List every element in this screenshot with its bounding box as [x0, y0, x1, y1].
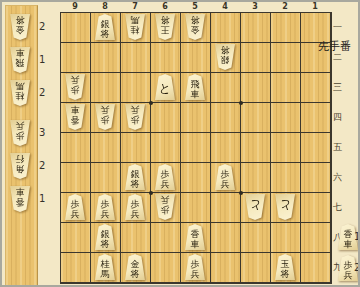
hand-gote-hisha-count: 1	[39, 54, 51, 65]
piece-gote-tokin[interactable]: と	[275, 194, 295, 220]
square-5七[interactable]	[181, 193, 211, 223]
square-4五[interactable]	[211, 133, 241, 163]
piece-gote-fuhyo[interactable]: 歩兵	[95, 104, 115, 130]
rank-label-1: 一	[333, 12, 347, 42]
piece-sente-kyosha[interactable]: 香車	[185, 224, 205, 250]
hand-gote-kinsho[interactable]: 金将	[10, 14, 30, 40]
square-8二[interactable]	[91, 43, 121, 73]
piece-sente-fuhyo[interactable]: 歩兵	[65, 194, 85, 220]
square-3二[interactable]	[241, 43, 271, 73]
square-4九[interactable]	[211, 253, 241, 283]
piece-face: 歩兵	[65, 194, 85, 220]
square-3一[interactable]	[241, 13, 271, 43]
hand-gote-fuhyo-count: 3	[39, 127, 51, 138]
file-label-3: 3	[240, 2, 270, 11]
piece-gote-kinsho[interactable]: 金将	[185, 14, 205, 40]
file-label-6: 6	[150, 2, 180, 11]
square-9五[interactable]	[61, 133, 91, 163]
piece-face: と	[275, 194, 295, 220]
hand-gote-keima[interactable]: 桂馬	[10, 80, 30, 106]
hoshi-dot-2	[239, 101, 243, 105]
square-5四[interactable]	[181, 103, 211, 133]
hoshi-dot-1	[149, 101, 153, 105]
hand-gote-keima-count: 2	[39, 87, 51, 98]
hand-gote-kyosha[interactable]: 香車	[10, 186, 30, 212]
square-1六[interactable]	[301, 163, 331, 193]
square-7五[interactable]	[121, 133, 151, 163]
piece-sente-keima[interactable]: 桂馬	[95, 254, 115, 280]
piece-sente-gyokusho[interactable]: 玉将	[275, 254, 295, 280]
piece-face: 桂馬	[125, 14, 145, 40]
piece-face: 飛車	[10, 47, 30, 73]
square-3三[interactable]	[241, 73, 271, 103]
piece-face: 歩兵	[65, 74, 85, 100]
piece-sente-ginsho[interactable]: 銀将	[125, 164, 145, 190]
square-9九[interactable]	[61, 253, 91, 283]
file-coordinates: 987654321	[60, 2, 330, 11]
piece-face: 飛車	[185, 74, 205, 100]
square-4一[interactable]	[211, 13, 241, 43]
piece-face: 歩兵	[155, 164, 175, 190]
square-6四[interactable]	[151, 103, 181, 133]
piece-sente-kinsho[interactable]: 金将	[125, 254, 145, 280]
piece-gote-fuhyo[interactable]: 歩兵	[125, 104, 145, 130]
piece-face: 香車	[185, 224, 205, 250]
piece-face: 玉将	[275, 254, 295, 280]
hand-gote-fuhyo[interactable]: 歩兵	[10, 120, 30, 146]
piece-face: 金将	[125, 254, 145, 280]
piece-face: と	[245, 194, 265, 220]
file-label-9: 9	[60, 2, 90, 11]
file-label-1: 1	[300, 2, 330, 11]
square-1八[interactable]	[301, 223, 331, 253]
piece-face: 歩兵	[125, 194, 145, 220]
square-6九[interactable]	[151, 253, 181, 283]
square-3五[interactable]	[241, 133, 271, 163]
hand-gote-hisha[interactable]: 飛車	[10, 47, 30, 73]
square-7二[interactable]	[121, 43, 151, 73]
square-3六[interactable]	[241, 163, 271, 193]
piece-face: 王将	[155, 14, 175, 40]
piece-face: 歩兵	[155, 194, 175, 220]
piece-face: 銀将	[215, 44, 235, 70]
piece-face: 歩兵	[95, 104, 115, 130]
piece-sente-tokin[interactable]: と	[155, 74, 175, 100]
piece-face: 歩兵	[95, 194, 115, 220]
piece-face: 桂馬	[10, 80, 30, 106]
square-2六[interactable]	[271, 163, 301, 193]
piece-face: 角行	[10, 153, 30, 179]
file-label-4: 4	[210, 2, 240, 11]
piece-gote-ginsho[interactable]: 銀将	[215, 44, 235, 70]
piece-gote-tokin[interactable]: と	[245, 194, 265, 220]
piece-face: 銀将	[95, 14, 115, 40]
square-3八[interactable]	[241, 223, 271, 253]
square-9八[interactable]	[61, 223, 91, 253]
piece-face: 金将	[10, 14, 30, 40]
square-2三[interactable]	[271, 73, 301, 103]
square-2二[interactable]	[271, 43, 301, 73]
hand-gote-kyosha-count: 1	[39, 193, 51, 204]
hoshi-dot-4	[239, 191, 243, 195]
piece-face: 歩兵	[125, 104, 145, 130]
square-1四[interactable]	[301, 103, 331, 133]
square-1五[interactable]	[301, 133, 331, 163]
piece-sente-ginsho[interactable]: 銀将	[95, 14, 115, 40]
piece-gote-keima[interactable]: 桂馬	[125, 14, 145, 40]
piece-sente-hisha[interactable]: 飛車	[185, 74, 205, 100]
square-3九[interactable]	[241, 253, 271, 283]
square-2四[interactable]	[271, 103, 301, 133]
piece-face: 歩兵	[185, 254, 205, 280]
piece-face: 銀将	[95, 224, 115, 250]
rank-label-3: 三	[333, 72, 347, 102]
piece-sente-fuhyo[interactable]: 歩兵	[155, 164, 175, 190]
square-4七[interactable]	[211, 193, 241, 223]
square-9二[interactable]	[61, 43, 91, 73]
square-9一[interactable]	[61, 13, 91, 43]
file-label-5: 5	[180, 2, 210, 11]
piece-face: 香車	[10, 186, 30, 212]
square-5五[interactable]	[181, 133, 211, 163]
piece-gote-kyosha[interactable]: 香車	[65, 104, 85, 130]
piece-sente-fuhyo[interactable]: 歩兵	[215, 164, 235, 190]
file-label-8: 8	[90, 2, 120, 11]
piece-sente-ginsho[interactable]: 銀将	[95, 224, 115, 250]
square-1九[interactable]	[301, 253, 331, 283]
square-4八[interactable]	[211, 223, 241, 253]
piece-sente-fuhyo[interactable]: 歩兵	[95, 194, 115, 220]
rank-label-6: 六	[333, 162, 347, 192]
piece-face: 歩兵	[10, 120, 30, 146]
file-label-7: 7	[120, 2, 150, 11]
square-8六[interactable]	[91, 163, 121, 193]
hand-sente-kyosha-count: 1	[354, 231, 360, 242]
square-5六[interactable]	[181, 163, 211, 193]
rank-label-2: 二	[333, 42, 347, 72]
hand-gote-kinsho-count: 2	[39, 21, 51, 32]
square-6五[interactable]	[151, 133, 181, 163]
square-8五[interactable]	[91, 133, 121, 163]
square-6二[interactable]	[151, 43, 181, 73]
square-6八[interactable]	[151, 223, 181, 253]
hoshi-dot-3	[149, 191, 153, 195]
piece-gote-osho[interactable]: 王将	[155, 14, 175, 40]
square-7八[interactable]	[121, 223, 151, 253]
piece-gote-fuhyo[interactable]: 歩兵	[65, 74, 85, 100]
square-9六[interactable]	[61, 163, 91, 193]
square-5二[interactable]	[181, 43, 211, 73]
square-8三[interactable]	[91, 73, 121, 103]
piece-gote-fuhyo[interactable]: 歩兵	[155, 194, 175, 220]
shogi-app-window: 987654321 先手番 一二三四五六七八九銀将桂馬王将金将銀将歩兵と飛車香車…	[0, 0, 360, 287]
square-4四[interactable]	[211, 103, 241, 133]
rank-label-5: 五	[333, 132, 347, 162]
rank-label-7: 七	[333, 192, 347, 222]
piece-face: と	[155, 74, 175, 100]
rank-label-4: 四	[333, 102, 347, 132]
piece-face: 歩兵	[215, 164, 235, 190]
hand-gote-kakugyo-count: 2	[39, 160, 51, 171]
square-3四[interactable]	[241, 103, 271, 133]
square-2一[interactable]	[271, 13, 301, 43]
piece-face: 銀将	[125, 164, 145, 190]
file-label-2: 2	[270, 2, 300, 11]
square-1三[interactable]	[301, 73, 331, 103]
square-1七[interactable]	[301, 193, 331, 223]
square-2五[interactable]	[271, 133, 301, 163]
piece-face: 金将	[185, 14, 205, 40]
hand-sente-fuhyo-count: 2	[354, 262, 360, 273]
piece-face: 桂馬	[95, 254, 115, 280]
piece-sente-fuhyo[interactable]: 歩兵	[125, 194, 145, 220]
square-4三[interactable]	[211, 73, 241, 103]
square-2八[interactable]	[271, 223, 301, 253]
piece-face: 香車	[65, 104, 85, 130]
piece-sente-fuhyo[interactable]: 歩兵	[185, 254, 205, 280]
hand-gote-kakugyo[interactable]: 角行	[10, 153, 30, 179]
square-7三[interactable]	[121, 73, 151, 103]
